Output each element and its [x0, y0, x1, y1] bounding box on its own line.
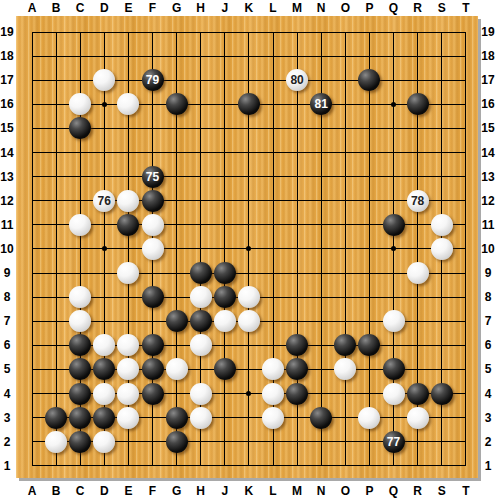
star-point: [102, 102, 107, 107]
stone-black-Q2: 77: [383, 431, 405, 453]
stone-white-S11: [431, 214, 453, 236]
stone-black-C15: [69, 117, 91, 139]
row-label-right: 3: [478, 411, 498, 425]
row-label-left: 4: [0, 387, 14, 401]
column-label-top: O: [336, 1, 354, 15]
stone-black-G3: [166, 407, 188, 429]
row-label-right: 9: [478, 266, 498, 280]
column-label-top: Q: [385, 1, 403, 15]
row-label-right: 5: [478, 362, 498, 376]
stone-white-Q4: [383, 383, 405, 405]
stone-white-H6: [190, 334, 212, 356]
stone-black-R16: [407, 93, 429, 115]
stone-black-G16: [166, 93, 188, 115]
row-label-left: 10: [0, 242, 14, 256]
column-label-bottom: L: [264, 484, 282, 498]
stone-black-K16: [238, 93, 260, 115]
column-label-bottom: H: [192, 484, 210, 498]
stone-black-F4: [142, 383, 164, 405]
stone-black-C6: [69, 334, 91, 356]
stone-white-G5: [166, 358, 188, 380]
stone-white-J7: [214, 310, 236, 332]
stone-white-H4: [190, 383, 212, 405]
stone-white-F10: [142, 238, 164, 260]
row-label-right: 2: [478, 435, 498, 449]
column-label-bottom: S: [433, 484, 451, 498]
stone-white-H8: [190, 286, 212, 308]
star-point: [246, 391, 251, 396]
stone-white-R9: [407, 262, 429, 284]
stone-black-J9: [214, 262, 236, 284]
column-label-top: P: [360, 1, 378, 15]
row-label-left: 16: [0, 97, 14, 111]
row-label-right: 1: [478, 459, 498, 473]
stone-white-L4: [262, 383, 284, 405]
column-label-bottom: C: [71, 484, 89, 498]
row-label-left: 8: [0, 290, 14, 304]
stone-white-E16: [117, 93, 139, 115]
column-label-top: D: [95, 1, 113, 15]
row-label-left: 18: [0, 49, 14, 63]
row-label-left: 13: [0, 170, 14, 184]
goban[interactable]: 79817577807678: [16, 16, 478, 478]
row-label-left: 5: [0, 362, 14, 376]
stone-white-C8: [69, 286, 91, 308]
stone-black-D5: [93, 358, 115, 380]
column-label-top: S: [433, 1, 451, 15]
row-label-left: 15: [0, 121, 14, 135]
move-number-label: 75: [146, 171, 159, 183]
row-label-right: 15: [478, 121, 498, 135]
column-label-bottom: Q: [385, 484, 403, 498]
move-number-label: 76: [98, 195, 111, 207]
column-label-top: B: [47, 1, 65, 15]
stone-white-E6: [117, 334, 139, 356]
stone-black-H7: [190, 310, 212, 332]
stone-white-E12: [117, 190, 139, 212]
stone-white-S10: [431, 238, 453, 260]
stone-black-S4: [431, 383, 453, 405]
column-label-top: F: [144, 1, 162, 15]
column-label-bottom: F: [144, 484, 162, 498]
stone-black-M4: [286, 383, 308, 405]
stone-black-G2: [166, 431, 188, 453]
stone-black-H9: [190, 262, 212, 284]
column-label-top: L: [264, 1, 282, 15]
stone-black-F17: 79: [142, 69, 164, 91]
row-label-left: 1: [0, 459, 14, 473]
stone-black-F8: [142, 286, 164, 308]
column-label-bottom: R: [409, 484, 427, 498]
stone-white-D12: 76: [93, 190, 115, 212]
stone-white-C16: [69, 93, 91, 115]
grid-line-vertical: [465, 32, 466, 467]
stone-white-D2: [93, 431, 115, 453]
stone-white-C7: [69, 310, 91, 332]
column-label-bottom: J: [216, 484, 234, 498]
stone-white-D6: [93, 334, 115, 356]
stone-white-C11: [69, 214, 91, 236]
stone-white-E4: [117, 383, 139, 405]
stone-black-J8: [214, 286, 236, 308]
column-label-bottom: O: [336, 484, 354, 498]
move-number-label: 77: [387, 436, 400, 448]
stone-black-C4: [69, 383, 91, 405]
column-label-bottom: K: [240, 484, 258, 498]
move-number-label: 80: [290, 74, 303, 86]
column-label-top: T: [457, 1, 475, 15]
row-label-right: 6: [478, 338, 498, 352]
row-label-right: 18: [478, 49, 498, 63]
stone-black-O6: [334, 334, 356, 356]
stone-white-R3: [407, 407, 429, 429]
grid-line-vertical: [369, 32, 370, 467]
stone-black-C3: [69, 407, 91, 429]
column-label-bottom: D: [95, 484, 113, 498]
stone-black-C2: [69, 431, 91, 453]
stone-white-E3: [117, 407, 139, 429]
stone-black-F6: [142, 334, 164, 356]
stone-black-Q11: [383, 214, 405, 236]
stone-black-J5: [214, 358, 236, 380]
row-label-right: 17: [478, 73, 498, 87]
row-label-right: 7: [478, 314, 498, 328]
stone-white-L5: [262, 358, 284, 380]
column-label-top: R: [409, 1, 427, 15]
stone-white-P3: [358, 407, 380, 429]
stone-black-F5: [142, 358, 164, 380]
row-label-right: 19: [478, 25, 498, 39]
stone-white-M17: 80: [286, 69, 308, 91]
stone-white-Q7: [383, 310, 405, 332]
stone-white-H3: [190, 407, 212, 429]
star-point: [102, 246, 107, 251]
row-label-right: 8: [478, 290, 498, 304]
column-label-bottom: P: [360, 484, 378, 498]
stone-black-P17: [358, 69, 380, 91]
stone-black-M5: [286, 358, 308, 380]
row-label-left: 11: [0, 218, 14, 232]
row-label-right: 11: [478, 218, 498, 232]
stone-white-E9: [117, 262, 139, 284]
stone-white-R12: 78: [407, 190, 429, 212]
row-label-left: 12: [0, 194, 14, 208]
stone-white-O5: [334, 358, 356, 380]
stone-black-R4: [407, 383, 429, 405]
stone-black-M6: [286, 334, 308, 356]
stone-black-E11: [117, 214, 139, 236]
stone-black-D3: [93, 407, 115, 429]
stone-black-N16: 81: [310, 93, 332, 115]
stone-white-L3: [262, 407, 284, 429]
column-label-top: H: [192, 1, 210, 15]
row-label-left: 7: [0, 314, 14, 328]
column-label-bottom: E: [119, 484, 137, 498]
row-label-left: 19: [0, 25, 14, 39]
row-label-right: 16: [478, 97, 498, 111]
column-label-bottom: G: [168, 484, 186, 498]
stone-white-B2: [45, 431, 67, 453]
column-label-top: G: [168, 1, 186, 15]
column-label-top: J: [216, 1, 234, 15]
column-label-top: N: [312, 1, 330, 15]
column-label-top: A: [23, 1, 41, 15]
column-label-bottom: T: [457, 484, 475, 498]
column-label-bottom: A: [23, 484, 41, 498]
row-label-left: 6: [0, 338, 14, 352]
move-number-label: 78: [411, 195, 424, 207]
star-point: [391, 246, 396, 251]
row-label-right: 10: [478, 242, 498, 256]
stone-black-C5: [69, 358, 91, 380]
stone-black-P6: [358, 334, 380, 356]
column-label-bottom: N: [312, 484, 330, 498]
stone-white-D17: [93, 69, 115, 91]
stone-black-Q5: [383, 358, 405, 380]
row-label-left: 3: [0, 411, 14, 425]
stone-white-E5: [117, 358, 139, 380]
stone-white-D4: [93, 383, 115, 405]
column-label-top: K: [240, 1, 258, 15]
stone-black-F12: [142, 190, 164, 212]
row-label-right: 12: [478, 194, 498, 208]
row-label-left: 17: [0, 73, 14, 87]
row-label-right: 13: [478, 170, 498, 184]
move-number-label: 79: [146, 74, 159, 86]
grid-line-vertical: [345, 32, 346, 467]
stone-white-F11: [142, 214, 164, 236]
row-label-left: 14: [0, 146, 14, 160]
stone-white-K8: [238, 286, 260, 308]
stone-black-B3: [45, 407, 67, 429]
row-label-right: 4: [478, 387, 498, 401]
star-point: [246, 246, 251, 251]
column-label-bottom: M: [288, 484, 306, 498]
stone-black-N3: [310, 407, 332, 429]
grid-line-horizontal: [32, 465, 467, 466]
column-label-top: C: [71, 1, 89, 15]
column-label-top: E: [119, 1, 137, 15]
row-label-right: 14: [478, 146, 498, 160]
star-point: [391, 102, 396, 107]
column-label-bottom: B: [47, 484, 65, 498]
stone-black-G7: [166, 310, 188, 332]
grid-line-horizontal: [32, 273, 467, 274]
row-label-left: 2: [0, 435, 14, 449]
go-game-screenshot: 79817577807678 AABBCCDDEEFFGGHHJJKKLLMMN…: [0, 0, 500, 500]
stone-black-F13: 75: [142, 166, 164, 188]
column-label-top: M: [288, 1, 306, 15]
stone-white-K7: [238, 310, 260, 332]
move-number-label: 81: [315, 98, 328, 110]
row-label-left: 9: [0, 266, 14, 280]
